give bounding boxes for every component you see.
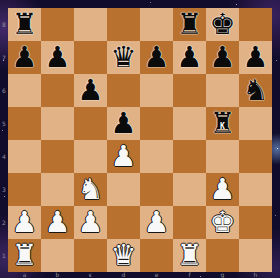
square-a2[interactable]: ♟	[8, 206, 41, 239]
square-c3[interactable]: ♞	[74, 173, 107, 206]
rank-label-2: 2	[0, 206, 8, 239]
white-pawn-a2[interactable]: ♟	[12, 207, 38, 238]
square-g3[interactable]: ♟	[206, 173, 239, 206]
square-e2[interactable]: ♟	[140, 206, 173, 239]
black-rook-a8[interactable]: ♜	[12, 9, 38, 40]
square-c8[interactable]	[74, 8, 107, 41]
square-b7[interactable]: ♟	[41, 41, 74, 74]
rank-label-1: 1	[0, 239, 8, 272]
black-queen-d7[interactable]: ♛	[111, 42, 137, 73]
square-d1[interactable]: ♛	[107, 239, 140, 272]
starfield-background	[0, 0, 1, 1]
white-pawn-e2[interactable]: ♟	[144, 207, 170, 238]
rank-label-8: 8	[0, 8, 8, 41]
square-g7[interactable]: ♟	[206, 41, 239, 74]
white-pawn-c2[interactable]: ♟	[78, 207, 104, 238]
white-knight-c3[interactable]: ♞	[78, 174, 104, 205]
file-label-c: c	[74, 271, 107, 278]
square-g8[interactable]: ♚	[206, 8, 239, 41]
file-labels: abcdefgh	[8, 271, 272, 278]
white-pawn-g3[interactable]: ♟	[210, 174, 236, 205]
square-a6[interactable]	[8, 74, 41, 107]
square-h4[interactable]	[239, 140, 272, 173]
black-pawn-e7[interactable]: ♟	[144, 42, 170, 73]
white-king-g2[interactable]: ♚	[210, 207, 236, 238]
square-a7[interactable]: ♟	[8, 41, 41, 74]
black-pawn-a7[interactable]: ♟	[12, 42, 38, 73]
square-d6[interactable]	[107, 74, 140, 107]
square-f1[interactable]: ♜	[173, 239, 206, 272]
black-pawn-h7[interactable]: ♟	[243, 42, 269, 73]
square-f5[interactable]	[173, 107, 206, 140]
square-c7[interactable]	[74, 41, 107, 74]
black-pawn-f7[interactable]: ♟	[177, 42, 203, 73]
chess-app-window: ♜♜♚♟♟♛♟♟♟♟♟♞♟♜K♟♞♟♟♟♟♟♚♜♛♜ 87654321 abcd…	[0, 0, 280, 278]
square-e8[interactable]	[140, 8, 173, 41]
square-c6[interactable]: ♟	[74, 74, 107, 107]
file-label-h: h	[239, 271, 272, 278]
square-f3[interactable]	[173, 173, 206, 206]
square-g6[interactable]	[206, 74, 239, 107]
rank-labels: 87654321	[0, 8, 8, 272]
black-pawn-d5[interactable]: ♟	[111, 108, 137, 139]
black-king-g8[interactable]: ♚	[210, 9, 236, 40]
file-label-b: b	[41, 271, 74, 278]
square-b4[interactable]	[41, 140, 74, 173]
rank-label-5: 5	[0, 107, 8, 140]
square-h1[interactable]	[239, 239, 272, 272]
square-c5[interactable]	[74, 107, 107, 140]
rank-label-7: 7	[0, 41, 8, 74]
file-label-e: e	[140, 271, 173, 278]
square-b6[interactable]	[41, 74, 74, 107]
square-d7[interactable]: ♛	[107, 41, 140, 74]
square-b3[interactable]	[41, 173, 74, 206]
white-rook-f1[interactable]: ♜	[177, 240, 203, 271]
square-h6[interactable]: ♞	[239, 74, 272, 107]
square-b1[interactable]	[41, 239, 74, 272]
square-f8[interactable]: ♜	[173, 8, 206, 41]
white-rook-a1[interactable]: ♜	[12, 240, 38, 271]
square-c2[interactable]: ♟	[74, 206, 107, 239]
square-h3[interactable]	[239, 173, 272, 206]
square-d5[interactable]: ♟	[107, 107, 140, 140]
square-e4[interactable]	[140, 140, 173, 173]
square-e7[interactable]: ♟	[140, 41, 173, 74]
square-a1[interactable]: ♜	[8, 239, 41, 272]
black-pawn-c6[interactable]: ♟	[78, 75, 104, 106]
file-label-a: a	[8, 271, 41, 278]
square-a5[interactable]	[8, 107, 41, 140]
square-f6[interactable]	[173, 74, 206, 107]
square-g1[interactable]	[206, 239, 239, 272]
square-h8[interactable]	[239, 8, 272, 41]
black-rook-g5[interactable]: ♜	[210, 108, 236, 139]
square-e5[interactable]	[140, 107, 173, 140]
square-a4[interactable]	[8, 140, 41, 173]
square-f7[interactable]: ♟	[173, 41, 206, 74]
square-a8[interactable]: ♜	[8, 8, 41, 41]
black-pawn-b7[interactable]: ♟	[45, 42, 71, 73]
square-e3[interactable]	[140, 173, 173, 206]
rank-label-4: 4	[0, 140, 8, 173]
rank-label-3: 3	[0, 173, 8, 206]
square-d3[interactable]	[107, 173, 140, 206]
square-b5[interactable]	[41, 107, 74, 140]
square-b8[interactable]	[41, 8, 74, 41]
square-c1[interactable]	[74, 239, 107, 272]
square-g5[interactable]: ♜K	[206, 107, 239, 140]
square-a3[interactable]	[8, 173, 41, 206]
square-d2[interactable]	[107, 206, 140, 239]
file-label-g: g	[206, 271, 239, 278]
square-g2[interactable]: ♚	[206, 206, 239, 239]
white-pawn-b2[interactable]: ♟	[45, 207, 71, 238]
square-b2[interactable]: ♟	[41, 206, 74, 239]
square-h5[interactable]	[239, 107, 272, 140]
square-f4[interactable]	[173, 140, 206, 173]
chess-board[interactable]: ♜♜♚♟♟♛♟♟♟♟♟♞♟♜K♟♞♟♟♟♟♟♚♜♛♜	[8, 8, 272, 272]
black-pawn-g7[interactable]: ♟	[210, 42, 236, 73]
square-e6[interactable]	[140, 74, 173, 107]
square-d8[interactable]	[107, 8, 140, 41]
square-f2[interactable]	[173, 206, 206, 239]
file-label-f: f	[173, 271, 206, 278]
square-g4[interactable]	[206, 140, 239, 173]
square-d4[interactable]: ♟	[107, 140, 140, 173]
square-e1[interactable]	[140, 239, 173, 272]
square-h7[interactable]: ♟	[239, 41, 272, 74]
square-c4[interactable]	[74, 140, 107, 173]
white-queen-d1[interactable]: ♛	[111, 240, 137, 271]
black-rook-f8[interactable]: ♜	[177, 9, 203, 40]
white-pawn-d4[interactable]: ♟	[111, 141, 137, 172]
file-label-d: d	[107, 271, 140, 278]
square-h2[interactable]	[239, 206, 272, 239]
rank-label-6: 6	[0, 74, 8, 107]
black-knight-h6[interactable]: ♞	[243, 75, 269, 106]
